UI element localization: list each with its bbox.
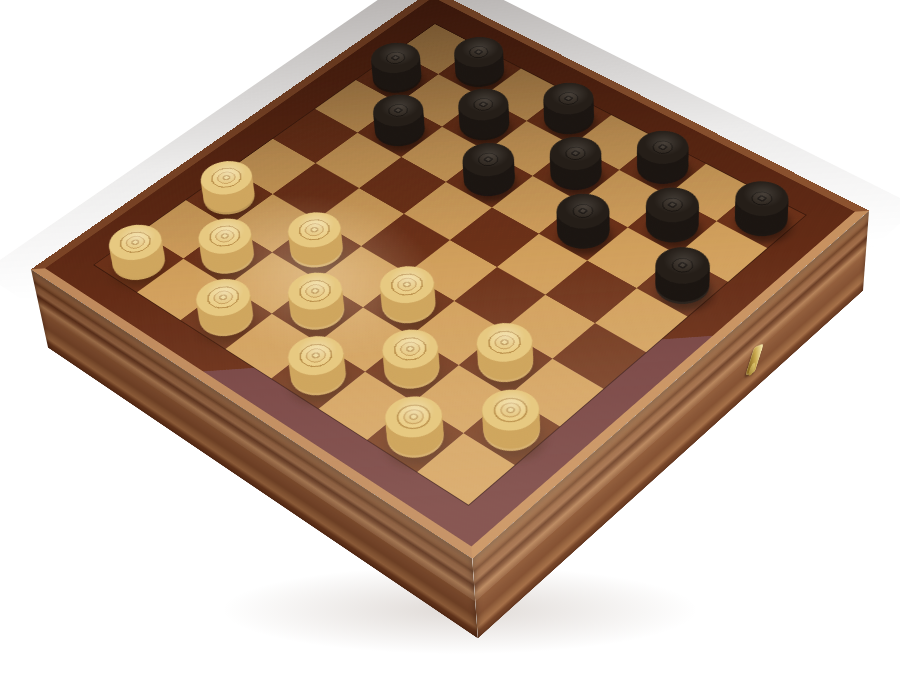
checkers-box [31,0,869,559]
checker-piece-dark[interactable] [724,194,797,243]
board-top-face [31,0,869,559]
product-photo-scene [0,0,900,675]
checker-piece-dark[interactable] [454,156,526,203]
checker-piece-light[interactable] [472,401,551,458]
square-r7c0[interactable] [94,232,183,292]
brass-latch-icon [745,344,763,376]
